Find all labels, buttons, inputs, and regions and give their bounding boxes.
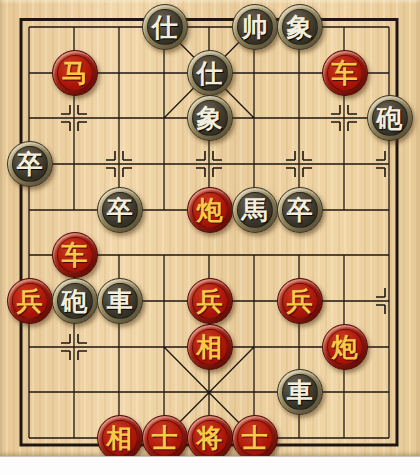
- piece-black-pawn-2[interactable]: 卒: [97, 187, 143, 233]
- piece-black-rook-1[interactable]: 車: [97, 278, 143, 324]
- piece-glyph: 将: [192, 420, 228, 456]
- piece-black-pawn-3[interactable]: 卒: [277, 187, 323, 233]
- piece-glyph: 兵: [192, 283, 228, 319]
- piece-red-pawn-2[interactable]: 兵: [187, 278, 233, 324]
- piece-glyph: 炮: [192, 192, 228, 228]
- bottom-margin: [0, 456, 420, 475]
- piece-red-advisor-2[interactable]: 士: [232, 415, 278, 461]
- piece-glyph: 相: [102, 420, 138, 456]
- piece-glyph: 仕: [147, 9, 183, 45]
- piece-black-advisor-2[interactable]: 仕: [187, 50, 233, 96]
- piece-glyph: 車: [282, 374, 318, 410]
- piece-red-horse[interactable]: 马: [52, 50, 98, 96]
- piece-glyph: 象: [192, 100, 228, 136]
- piece-glyph: 帅: [237, 9, 273, 45]
- piece-glyph: 仕: [192, 55, 228, 91]
- piece-glyph: 馬: [237, 192, 273, 228]
- piece-black-cannon-2[interactable]: 砲: [52, 278, 98, 324]
- piece-glyph: 象: [282, 9, 318, 45]
- piece-glyph: 兵: [12, 283, 48, 319]
- piece-red-cannon-2[interactable]: 炮: [322, 324, 368, 370]
- piece-black-horse[interactable]: 馬: [232, 187, 278, 233]
- xiangqi-board: 仕帅象马仕车象砲卒卒炮馬卒车兵砲車兵兵相炮車相士将士: [0, 0, 420, 457]
- piece-black-pawn-1[interactable]: 卒: [7, 141, 53, 187]
- pieces-layer: 仕帅象马仕车象砲卒卒炮馬卒车兵砲車兵兵相炮車相士将士: [7, 4, 412, 461]
- piece-red-elephant-2[interactable]: 相: [97, 415, 143, 461]
- piece-red-pawn-1[interactable]: 兵: [7, 278, 53, 324]
- piece-glyph: 兵: [282, 283, 318, 319]
- piece-glyph: 卒: [12, 146, 48, 182]
- piece-glyph: 士: [147, 420, 183, 456]
- piece-black-advisor-1[interactable]: 仕: [142, 4, 188, 50]
- piece-black-king[interactable]: 帅: [232, 4, 278, 50]
- piece-red-advisor-1[interactable]: 士: [142, 415, 188, 461]
- piece-red-rook-1[interactable]: 车: [322, 50, 368, 96]
- piece-red-pawn-3[interactable]: 兵: [277, 278, 323, 324]
- piece-red-elephant-1[interactable]: 相: [187, 324, 233, 370]
- piece-glyph: 车: [327, 55, 363, 91]
- piece-red-king[interactable]: 将: [187, 415, 233, 461]
- piece-glyph: 卒: [102, 192, 138, 228]
- piece-glyph: 車: [102, 283, 138, 319]
- xiangqi-app-screenshot: 仕帅象马仕车象砲卒卒炮馬卒车兵砲車兵兵相炮車相士将士: [0, 0, 420, 475]
- piece-glyph: 马: [57, 55, 93, 91]
- piece-glyph: 士: [237, 420, 273, 456]
- piece-glyph: 车: [57, 237, 93, 273]
- piece-black-elephant-2[interactable]: 象: [187, 95, 233, 141]
- piece-black-elephant-1[interactable]: 象: [277, 4, 323, 50]
- piece-red-rook-2[interactable]: 车: [52, 232, 98, 278]
- piece-red-cannon-1[interactable]: 炮: [187, 187, 233, 233]
- piece-glyph: 卒: [282, 192, 318, 228]
- piece-black-rook-2[interactable]: 車: [277, 369, 323, 415]
- piece-black-cannon-1[interactable]: 砲: [367, 95, 413, 141]
- piece-glyph: 砲: [57, 283, 93, 319]
- piece-glyph: 砲: [372, 100, 408, 136]
- piece-glyph: 相: [192, 329, 228, 365]
- piece-glyph: 炮: [327, 329, 363, 365]
